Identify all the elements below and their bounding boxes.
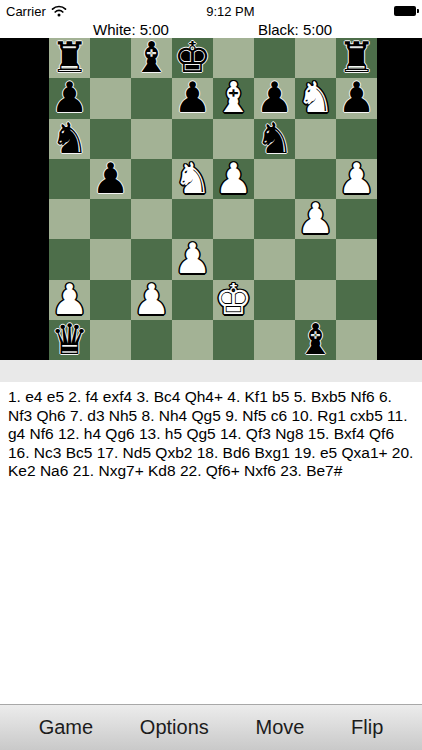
move-button[interactable]: Move xyxy=(247,712,312,743)
square-e4[interactable] xyxy=(213,199,254,239)
square-h7[interactable]: ♟ xyxy=(336,78,377,118)
square-f2[interactable] xyxy=(254,280,295,320)
square-h5[interactable]: ♟ xyxy=(336,159,377,199)
status-bar: Carrier 9:12 PM xyxy=(0,0,422,22)
square-f1[interactable] xyxy=(254,320,295,360)
square-a5[interactable] xyxy=(49,159,90,199)
square-e1[interactable] xyxy=(213,320,254,360)
square-h2[interactable] xyxy=(336,280,377,320)
black-pawn: ♟ xyxy=(256,78,294,118)
black-bishop: ♝ xyxy=(297,320,335,360)
square-e7[interactable]: ♝ xyxy=(213,78,254,118)
black-bishop: ♝ xyxy=(133,38,171,78)
square-f4[interactable] xyxy=(254,199,295,239)
move-list-area: 1. e4 e5 2. f4 exf4 3. Bc4 Qh4+ 4. Kf1 b… xyxy=(0,382,422,704)
square-b5[interactable]: ♟ xyxy=(90,159,131,199)
black-pawn: ♟ xyxy=(174,78,212,118)
square-h4[interactable] xyxy=(336,199,377,239)
square-h1[interactable] xyxy=(336,320,377,360)
white-pawn: ♟ xyxy=(51,280,89,320)
square-f7[interactable]: ♟ xyxy=(254,78,295,118)
square-e2[interactable]: ♚ xyxy=(213,280,254,320)
flip-button[interactable]: Flip xyxy=(343,712,391,743)
square-g8[interactable] xyxy=(295,38,336,78)
square-g6[interactable] xyxy=(295,119,336,159)
black-pawn: ♟ xyxy=(51,78,89,118)
square-a3[interactable] xyxy=(49,239,90,279)
square-f6[interactable]: ♞ xyxy=(254,119,295,159)
square-e3[interactable] xyxy=(213,239,254,279)
square-c6[interactable] xyxy=(131,119,172,159)
chess-board[interactable]: ♜♝♚♜♟♟♝♟♞♟♞♞♟♞♟♟♟♟♟♟♚♛♝ xyxy=(49,38,377,360)
black-queen: ♛ xyxy=(51,320,89,360)
move-list-text: 1. e4 e5 2. f4 exf4 3. Bc4 Qh4+ 4. Kf1 b… xyxy=(8,388,413,479)
black-knight: ♞ xyxy=(256,119,294,159)
white-pawn: ♟ xyxy=(215,159,253,199)
white-knight: ♞ xyxy=(174,159,212,199)
square-d5[interactable]: ♞ xyxy=(172,159,213,199)
square-g4[interactable]: ♟ xyxy=(295,199,336,239)
white-king: ♚ xyxy=(215,280,253,320)
white-pawn: ♟ xyxy=(133,280,171,320)
square-b8[interactable] xyxy=(90,38,131,78)
square-a6[interactable]: ♞ xyxy=(49,119,90,159)
square-c2[interactable]: ♟ xyxy=(131,280,172,320)
black-pawn: ♟ xyxy=(338,78,376,118)
white-pawn: ♟ xyxy=(338,159,376,199)
bottom-toolbar: Game Options Move Flip xyxy=(0,704,422,750)
black-king: ♚ xyxy=(174,38,212,78)
square-g2[interactable] xyxy=(295,280,336,320)
square-c1[interactable] xyxy=(131,320,172,360)
square-b7[interactable] xyxy=(90,78,131,118)
white-bishop: ♝ xyxy=(215,78,253,118)
black-rook: ♜ xyxy=(51,38,89,78)
square-a1[interactable]: ♛ xyxy=(49,320,90,360)
game-button[interactable]: Game xyxy=(31,712,101,743)
square-d2[interactable] xyxy=(172,280,213,320)
square-f5[interactable] xyxy=(254,159,295,199)
battery-icon xyxy=(394,6,416,16)
square-e5[interactable]: ♟ xyxy=(213,159,254,199)
square-g7[interactable]: ♞ xyxy=(295,78,336,118)
square-d6[interactable] xyxy=(172,119,213,159)
square-d7[interactable]: ♟ xyxy=(172,78,213,118)
wifi-icon xyxy=(51,5,67,17)
status-time: 9:12 PM xyxy=(67,4,394,19)
square-d3[interactable]: ♟ xyxy=(172,239,213,279)
square-a8[interactable]: ♜ xyxy=(49,38,90,78)
square-g3[interactable] xyxy=(295,239,336,279)
square-d1[interactable] xyxy=(172,320,213,360)
white-pawn: ♟ xyxy=(297,199,335,239)
carrier-label: Carrier xyxy=(6,4,46,19)
black-knight: ♞ xyxy=(51,119,89,159)
square-h8[interactable]: ♜ xyxy=(336,38,377,78)
black-pawn: ♟ xyxy=(92,159,130,199)
square-b4[interactable] xyxy=(90,199,131,239)
square-a2[interactable]: ♟ xyxy=(49,280,90,320)
square-c7[interactable] xyxy=(131,78,172,118)
square-h3[interactable] xyxy=(336,239,377,279)
square-a4[interactable] xyxy=(49,199,90,239)
square-b6[interactable] xyxy=(90,119,131,159)
square-h6[interactable] xyxy=(336,119,377,159)
square-g1[interactable]: ♝ xyxy=(295,320,336,360)
square-b1[interactable] xyxy=(90,320,131,360)
white-knight: ♞ xyxy=(297,78,335,118)
square-e6[interactable] xyxy=(213,119,254,159)
square-f8[interactable] xyxy=(254,38,295,78)
square-d8[interactable]: ♚ xyxy=(172,38,213,78)
black-rook: ♜ xyxy=(338,38,376,78)
square-c8[interactable]: ♝ xyxy=(131,38,172,78)
square-b3[interactable] xyxy=(90,239,131,279)
square-c3[interactable] xyxy=(131,239,172,279)
square-e8[interactable] xyxy=(213,38,254,78)
square-d4[interactable] xyxy=(172,199,213,239)
square-f3[interactable] xyxy=(254,239,295,279)
white-pawn: ♟ xyxy=(174,239,212,279)
square-a7[interactable]: ♟ xyxy=(49,78,90,118)
options-button[interactable]: Options xyxy=(132,712,217,743)
square-g5[interactable] xyxy=(295,159,336,199)
square-b2[interactable] xyxy=(90,280,131,320)
square-c5[interactable] xyxy=(131,159,172,199)
board-frame: ♜♝♚♜♟♟♝♟♞♟♞♞♟♞♟♟♟♟♟♟♚♛♝ xyxy=(0,38,422,360)
square-c4[interactable] xyxy=(131,199,172,239)
